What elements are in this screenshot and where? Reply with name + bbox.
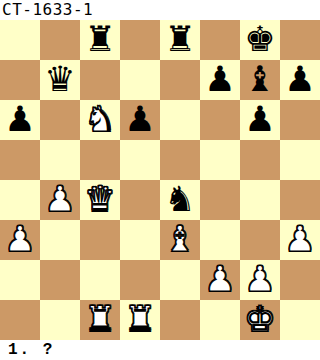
piece-white-pawn[interactable]: ♟ — [240, 260, 280, 300]
piece-white-knight[interactable]: ♞ — [80, 100, 120, 140]
square-h1[interactable] — [280, 300, 320, 340]
square-d7[interactable] — [120, 60, 160, 100]
piece-white-pawn[interactable]: ♟ — [200, 260, 240, 300]
piece-white-rook[interactable]: ♜ — [80, 300, 120, 340]
square-b1[interactable] — [40, 300, 80, 340]
square-b2[interactable] — [40, 260, 80, 300]
piece-white-queen[interactable]: ♛ — [80, 180, 120, 220]
square-h5[interactable] — [280, 140, 320, 180]
piece-white-pawn[interactable]: ♟ — [0, 220, 40, 260]
square-a6[interactable]: ♟ — [0, 100, 40, 140]
piece-black-king[interactable]: ♚ — [240, 20, 280, 60]
square-c5[interactable] — [80, 140, 120, 180]
square-f1[interactable] — [200, 300, 240, 340]
square-h2[interactable] — [280, 260, 320, 300]
piece-black-pawn[interactable]: ♟ — [200, 60, 240, 100]
piece-black-rook[interactable]: ♜ — [160, 20, 200, 60]
square-f7[interactable]: ♟ — [200, 60, 240, 100]
square-a3[interactable]: ♟ — [0, 220, 40, 260]
square-b6[interactable] — [40, 100, 80, 140]
square-e1[interactable] — [160, 300, 200, 340]
piece-black-pawn[interactable]: ♟ — [0, 100, 40, 140]
square-g4[interactable] — [240, 180, 280, 220]
square-b3[interactable] — [40, 220, 80, 260]
square-e3[interactable]: ♝ — [160, 220, 200, 260]
square-h6[interactable] — [280, 100, 320, 140]
square-f8[interactable] — [200, 20, 240, 60]
square-h4[interactable] — [280, 180, 320, 220]
piece-black-bishop[interactable]: ♝ — [240, 60, 280, 100]
square-c3[interactable] — [80, 220, 120, 260]
square-b4[interactable]: ♟ — [40, 180, 80, 220]
move-prompt: 1. ? — [0, 340, 320, 360]
square-a1[interactable] — [0, 300, 40, 340]
puzzle-title: CT-1633-1 — [0, 0, 320, 20]
square-g6[interactable]: ♟ — [240, 100, 280, 140]
square-e5[interactable] — [160, 140, 200, 180]
piece-black-pawn[interactable]: ♟ — [240, 100, 280, 140]
square-h7[interactable]: ♟ — [280, 60, 320, 100]
square-d5[interactable] — [120, 140, 160, 180]
square-g5[interactable] — [240, 140, 280, 180]
square-f2[interactable]: ♟ — [200, 260, 240, 300]
square-d8[interactable] — [120, 20, 160, 60]
square-a2[interactable] — [0, 260, 40, 300]
piece-white-pawn[interactable]: ♟ — [280, 220, 320, 260]
piece-white-king[interactable]: ♚ — [240, 300, 280, 340]
square-e2[interactable] — [160, 260, 200, 300]
piece-white-bishop[interactable]: ♝ — [160, 220, 200, 260]
square-d3[interactable] — [120, 220, 160, 260]
square-c8[interactable]: ♜ — [80, 20, 120, 60]
square-c7[interactable] — [80, 60, 120, 100]
piece-black-pawn[interactable]: ♟ — [280, 60, 320, 100]
chess-board: ♜♜♚♛♟♝♟♟♞♟♟♟♛♞♟♝♟♟♟♜♜♚ — [0, 20, 320, 340]
square-a8[interactable] — [0, 20, 40, 60]
square-b7[interactable]: ♛ — [40, 60, 80, 100]
square-g2[interactable]: ♟ — [240, 260, 280, 300]
square-f6[interactable] — [200, 100, 240, 140]
square-d2[interactable] — [120, 260, 160, 300]
square-h3[interactable]: ♟ — [280, 220, 320, 260]
square-c1[interactable]: ♜ — [80, 300, 120, 340]
square-g7[interactable]: ♝ — [240, 60, 280, 100]
square-f5[interactable] — [200, 140, 240, 180]
square-c4[interactable]: ♛ — [80, 180, 120, 220]
square-d4[interactable] — [120, 180, 160, 220]
piece-black-pawn[interactable]: ♟ — [120, 100, 160, 140]
square-f4[interactable] — [200, 180, 240, 220]
square-e7[interactable] — [160, 60, 200, 100]
square-c2[interactable] — [80, 260, 120, 300]
square-e8[interactable]: ♜ — [160, 20, 200, 60]
square-c6[interactable]: ♞ — [80, 100, 120, 140]
piece-black-queen[interactable]: ♛ — [40, 60, 80, 100]
square-h8[interactable] — [280, 20, 320, 60]
square-a4[interactable] — [0, 180, 40, 220]
square-b8[interactable] — [40, 20, 80, 60]
piece-white-pawn[interactable]: ♟ — [40, 180, 80, 220]
square-b5[interactable] — [40, 140, 80, 180]
square-g3[interactable] — [240, 220, 280, 260]
square-e6[interactable] — [160, 100, 200, 140]
piece-white-rook[interactable]: ♜ — [120, 300, 160, 340]
square-a5[interactable] — [0, 140, 40, 180]
piece-black-knight[interactable]: ♞ — [160, 180, 200, 220]
square-g8[interactable]: ♚ — [240, 20, 280, 60]
square-d6[interactable]: ♟ — [120, 100, 160, 140]
square-g1[interactable]: ♚ — [240, 300, 280, 340]
square-a7[interactable] — [0, 60, 40, 100]
square-d1[interactable]: ♜ — [120, 300, 160, 340]
square-f3[interactable] — [200, 220, 240, 260]
piece-black-rook[interactable]: ♜ — [80, 20, 120, 60]
square-e4[interactable]: ♞ — [160, 180, 200, 220]
